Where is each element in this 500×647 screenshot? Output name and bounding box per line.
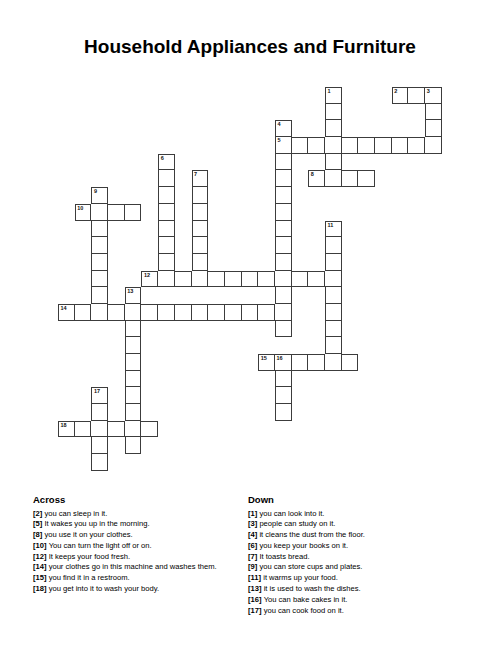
grid-cell-r20c2[interactable] [91,421,108,438]
clue-text: It keeps your food fresh. [49,552,130,561]
grid-cell-r3c16[interactable] [325,137,342,154]
grid-cell-r13c6[interactable] [158,304,175,321]
grid-cell-r11c10[interactable] [225,271,242,288]
grid-cell-r5c6[interactable] [158,170,175,187]
grid-cell-r13c0[interactable]: 14 [58,304,75,321]
clue-number: [14] [33,562,49,571]
cell-number: 3 [427,89,430,95]
grid-cell-r8c2[interactable] [91,221,108,238]
grid-cell-r16c12[interactable]: 15 [258,354,275,371]
grid-cell-r16c4[interactable] [125,354,142,371]
grid-cell-r13c13[interactable] [275,304,292,321]
puzzle-title: Household Appliances and Furniture [0,36,500,58]
grid-cell-r11c12[interactable] [258,271,275,288]
clue-item-4-down: [4] it cleans the dust from the floor. [248,530,460,541]
grid-cell-r0c20[interactable]: 2 [392,87,409,104]
grid-cell-r3c17[interactable] [342,137,359,154]
grid-cell-r14c4[interactable] [125,321,142,338]
grid-cell-r10c8[interactable] [192,254,209,271]
grid-cell-r1c22[interactable] [425,104,442,121]
cell-number: 7 [194,172,197,178]
grid-cell-r14c16[interactable] [325,321,342,338]
grid-cell-r15c4[interactable] [125,337,142,354]
grid-cell-r21c4[interactable] [125,437,142,454]
cell-number: 13 [127,289,133,295]
cell-number: 9 [94,189,97,195]
clue-number: [13] [248,584,264,593]
grid-cell-r13c8[interactable] [192,304,209,321]
clue-text: It toasts bread. [259,552,309,561]
grid-cell-r17c13[interactable] [275,371,292,388]
grid-cell-r15c16[interactable] [325,337,342,354]
grid-cell-r11c8[interactable] [192,271,209,288]
clue-item-17-down: [17] you can cook food on it. [248,606,460,617]
grid-cell-r20c4[interactable] [125,421,142,438]
clue-item-11-down: [11] it warms up your food. [248,573,460,584]
grid-cell-r16c13[interactable]: 16 [275,354,292,371]
grid-cell-r0c21[interactable] [408,87,425,104]
grid-cell-r20c3[interactable] [108,421,125,438]
grid-cell-r5c15[interactable]: 8 [308,170,325,187]
down-header: Down [248,494,460,505]
grid-cell-r12c4[interactable]: 13 [125,287,142,304]
grid-cell-r5c18[interactable] [358,170,375,187]
grid-cell-r13c5[interactable] [141,304,158,321]
clue-text: it warms up your food. [263,573,338,582]
grid-cell-r1c16[interactable] [325,104,342,121]
grid-cell-r11c13[interactable] [275,271,292,288]
grid-cell-r3c18[interactable] [358,137,375,154]
grid-cell-r13c12[interactable] [258,304,275,321]
clue-item-10-across: [10] You can turn the light off or on. [33,541,245,552]
cell-number: 11 [328,223,334,229]
grid-cell-r3c13[interactable]: 5 [275,137,292,154]
clue-number: [5] [33,519,44,528]
grid-cell-r20c0[interactable]: 18 [58,421,75,438]
grid-cell-r4c16[interactable] [325,154,342,171]
grid-cell-r2c16[interactable] [325,120,342,137]
grid-cell-r13c9[interactable] [208,304,225,321]
clue-number: [18] [33,584,49,593]
grid-cell-r16c15[interactable] [308,354,325,371]
grid-cell-r13c4[interactable] [125,304,142,321]
grid-cell-r22c2[interactable] [91,454,108,471]
cell-number: 6 [161,156,164,162]
grid-cell-r20c5[interactable] [141,421,158,438]
clue-item-5-across: [5] It wakes you up in the morning. [33,519,245,530]
across-clue-list: [2] you can sleep in it.[5] It wakes you… [33,509,245,595]
grid-cell-r9c13[interactable] [275,237,292,254]
grid-cell-r9c8[interactable] [192,237,209,254]
grid-cell-r19c4[interactable] [125,404,142,421]
grid-cell-r6c6[interactable] [158,187,175,204]
clue-item-2-across: [2] you can sleep in it. [33,509,245,520]
clue-text: you keep your books on it. [259,541,348,550]
clue-text: you can sleep in it. [44,509,107,518]
across-clues-section: Across [2] you can sleep in it.[5] It wa… [33,494,245,595]
grid-cell-r18c4[interactable] [125,387,142,404]
grid-cell-r8c16[interactable]: 11 [325,221,342,238]
clue-text: it is used to wash the dishes. [264,584,361,593]
grid-cell-r13c10[interactable] [225,304,242,321]
grid-cell-r19c13[interactable] [275,404,292,421]
grid-cell-r7c13[interactable] [275,204,292,221]
clue-text: You can turn the light off or on. [49,541,152,550]
grid-cell-r13c3[interactable] [108,304,125,321]
grid-cell-r11c2[interactable] [91,271,108,288]
cell-number: 14 [61,306,67,312]
grid-cell-r7c3[interactable] [108,204,125,221]
grid-cell-r9c16[interactable] [325,237,342,254]
grid-cell-r6c2[interactable]: 9 [91,187,108,204]
cell-number: 17 [94,389,100,395]
grid-cell-r7c6[interactable] [158,204,175,221]
clue-number: [11] [248,573,263,582]
grid-cell-r6c13[interactable] [275,187,292,204]
cell-number: 5 [277,138,280,144]
clue-text: you can store cups and plates. [259,562,362,571]
grid-cell-r9c6[interactable] [158,237,175,254]
cell-number: 2 [394,89,397,95]
clue-item-13-down: [13] it is used to wash the dishes. [248,584,460,595]
clue-text: you find it in a restroom. [49,573,130,582]
grid-cell-r16c16[interactable] [325,354,342,371]
grid-cell-r14c13[interactable] [275,321,292,338]
grid-cell-r4c13[interactable] [275,154,292,171]
grid-cell-r21c2[interactable] [91,437,108,454]
clue-text: you use it on your clothes. [44,530,132,539]
clue-number: [8] [33,530,44,539]
grid-cell-r4c6[interactable]: 6 [158,154,175,171]
grid-cell-r8c8[interactable] [192,221,209,238]
clue-number: [2] [33,509,44,518]
grid-cell-r3c14[interactable] [292,137,309,154]
cell-number: 16 [276,356,282,362]
grid-cell-r3c20[interactable] [392,137,409,154]
clue-number: [6] [248,541,259,550]
clue-item-16-down: [16] You can bake cakes in it. [248,595,460,606]
grid-cell-r11c5[interactable]: 12 [141,271,158,288]
grid-cell-r10c16[interactable] [325,254,342,271]
grid-cell-r12c16[interactable] [325,287,342,304]
grid-cell-r18c13[interactable] [275,387,292,404]
grid-cell-r19c2[interactable] [91,404,108,421]
clue-number: [4] [248,530,259,539]
cell-number: 15 [261,356,267,362]
clue-item-6-down: [6] you keep your books on it. [248,541,460,552]
clue-item-7-down: [7] It toasts bread. [248,552,460,563]
clue-number: [7] [248,552,259,561]
clue-item-1-down: [1] you can look into it. [248,509,460,520]
clue-number: [3] [248,519,259,528]
grid-cell-r3c15[interactable] [308,137,325,154]
clue-number: [15] [33,573,49,582]
cell-number: 4 [277,122,280,128]
clue-item-12-across: [12] It keeps your food fresh. [33,552,245,563]
grid-cell-r10c13[interactable] [275,254,292,271]
down-clue-list: [1] you can look into it.[3] people can … [248,509,460,617]
grid-cell-r5c17[interactable] [342,170,359,187]
grid-cell-r16c17[interactable] [342,354,359,371]
crossword-grid: 123456789101112131415161718 [58,87,442,471]
clue-text: It wakes you up in the morning. [44,519,149,528]
grid-cell-r18c2[interactable]: 17 [91,387,108,404]
clue-item-3-down: [3] people can study on it. [248,519,460,530]
clue-item-9-down: [9] you can store cups and plates. [248,562,460,573]
grid-cell-r11c11[interactable] [242,271,259,288]
grid-cell-r8c6[interactable] [158,221,175,238]
grid-cell-r0c16[interactable]: 1 [325,87,342,104]
clue-text: people can study on it. [259,519,335,528]
grid-cell-r13c7[interactable] [175,304,192,321]
grid-cell-r12c13[interactable] [275,287,292,304]
clue-item-8-across: [8] you use it on your clothes. [33,530,245,541]
cell-number: 12 [144,273,150,279]
grid-cell-r13c11[interactable] [242,304,259,321]
grid-cell-r3c22[interactable] [425,137,442,154]
grid-cell-r11c15[interactable] [308,271,325,288]
grid-cell-r13c1[interactable] [75,304,92,321]
grid-cell-r20c1[interactable] [75,421,92,438]
grid-cell-r8c13[interactable] [275,221,292,238]
grid-cell-r3c19[interactable] [375,137,392,154]
grid-cell-r7c8[interactable] [192,204,209,221]
grid-cell-r10c2[interactable] [91,254,108,271]
clue-item-14-across: [14] your clothes go in this machine and… [33,562,245,573]
cell-number: 18 [61,423,67,429]
grid-cell-r10c6[interactable] [158,254,175,271]
grid-cell-r12c2[interactable] [91,287,108,304]
grid-cell-r0c22[interactable]: 3 [425,87,442,104]
clue-number: [17] [248,606,264,615]
across-header: Across [33,494,245,505]
grid-cell-r6c8[interactable] [192,187,209,204]
cell-number: 8 [311,172,314,178]
grid-cell-r9c2[interactable] [91,237,108,254]
down-clues-section: Down [1] you can look into it.[3] people… [248,494,460,616]
grid-cell-r11c14[interactable] [292,271,309,288]
grid-cell-r2c22[interactable] [425,120,442,137]
clue-number: [16] [248,595,264,604]
grid-cell-r5c8[interactable]: 7 [192,170,209,187]
clue-item-18-across: [18] you get into it to wash your body. [33,584,245,595]
clue-number: [1] [248,509,259,518]
clue-text: you can look into it. [259,509,324,518]
grid-cell-r2c13[interactable]: 4 [275,120,292,137]
clue-text: you can cook food on it. [264,606,344,615]
grid-cell-r13c16[interactable] [325,304,342,321]
clue-text: you get into it to wash your body. [49,584,159,593]
grid-cell-r5c16[interactable] [325,170,342,187]
grid-cell-r7c4[interactable] [125,204,142,221]
grid-cell-r7c1[interactable]: 10 [75,204,92,221]
grid-cell-r16c14[interactable] [292,354,309,371]
grid-cell-r11c7[interactable] [175,271,192,288]
cell-number: 1 [328,89,331,95]
grid-cell-r7c2[interactable] [91,204,108,221]
grid-cell-r5c13[interactable] [275,170,292,187]
clue-item-15-across: [15] you find it in a restroom. [33,573,245,584]
grid-cell-r11c16[interactable] [325,271,342,288]
grid-cell-r11c9[interactable] [208,271,225,288]
grid-cell-r11c6[interactable] [158,271,175,288]
worksheet-page: Household Appliances and Furniture 12345… [0,0,500,647]
clue-text: your clothes go in this machine and wash… [49,562,217,571]
clue-number: [10] [33,541,49,550]
clue-number: [12] [33,552,49,561]
grid-cell-r3c21[interactable] [408,137,425,154]
clue-text: it cleans the dust from the floor. [259,530,365,539]
clue-text: You can bake cakes in it. [264,595,348,604]
clue-number: [9] [248,562,259,571]
grid-cell-r17c4[interactable] [125,371,142,388]
grid-cell-r13c2[interactable] [91,304,108,321]
cell-number: 10 [77,206,83,212]
